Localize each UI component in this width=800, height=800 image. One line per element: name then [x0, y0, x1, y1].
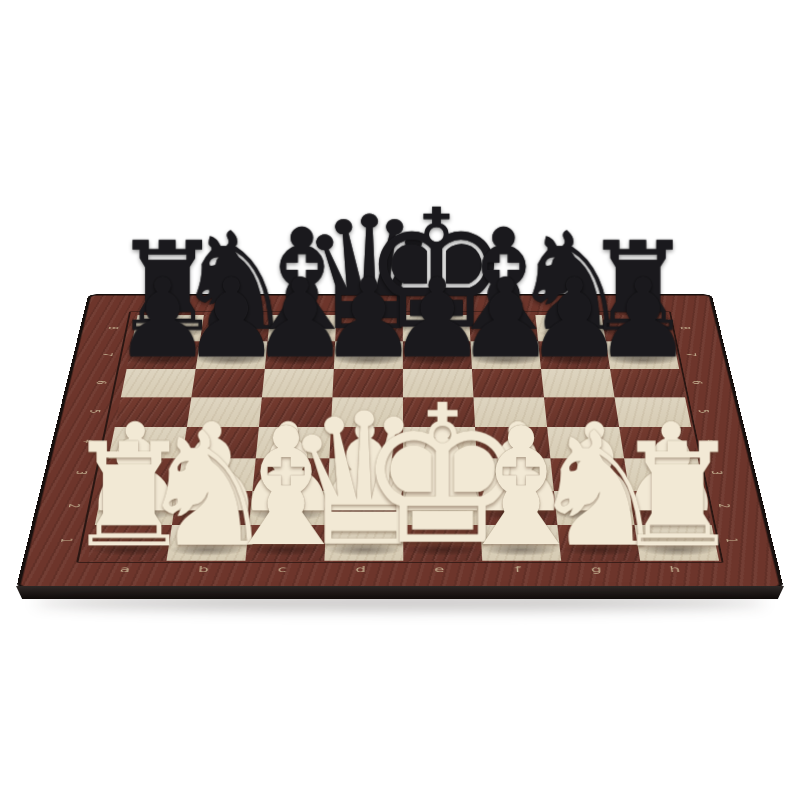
rank-label-left-7: 7 — [73, 350, 143, 360]
rank-label-left-8: 8 — [80, 323, 148, 332]
chess-board: abcdefgh 12345678 12345678 ♜♞♝♛♚♝♞♜♟♟♟♟♟… — [16, 294, 784, 588]
rank-label-left-6: 6 — [66, 377, 137, 387]
rank-label-right-6: 6 — [662, 377, 733, 387]
chessboard-photo: abcdefgh 12345678 12345678 ♜♞♝♛♚♝♞♜♟♟♟♟♟… — [0, 0, 800, 800]
piece-white-rook-a1[interactable]: ♜ — [20, 423, 238, 567]
rank-label-right-7: 7 — [657, 350, 727, 360]
board-perspective-wrapper: abcdefgh 12345678 12345678 ♜♞♝♛♚♝♞♜♟♟♟♟♟… — [56, 82, 744, 770]
piece-white-rook-h1[interactable]: ♜ — [569, 423, 787, 567]
pieces-layer: ♜♞♝♛♚♝♞♜♟♟♟♟♟♟♟♟♟♟♟♟♟♟♟♟♜♞♝♛♚♝♞♜ — [20, 295, 780, 586]
board-shadow — [34, 595, 766, 610]
rank-label-right-8: 8 — [652, 323, 720, 332]
